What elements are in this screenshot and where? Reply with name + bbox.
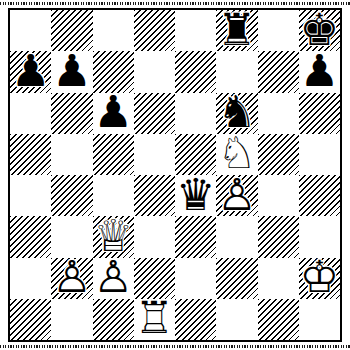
square-g6[interactable] <box>258 93 299 134</box>
square-f8[interactable]: ♜ <box>216 10 257 51</box>
square-h7[interactable]: ♟ <box>299 51 340 92</box>
square-g2[interactable] <box>258 258 299 299</box>
square-h6[interactable] <box>299 93 340 134</box>
black-knight-piece[interactable]: ♞ <box>216 93 257 134</box>
square-c2[interactable]: ♟♙ <box>93 258 134 299</box>
square-f1[interactable] <box>216 299 257 340</box>
square-a3[interactable] <box>10 216 51 257</box>
black-pawn-piece[interactable]: ♟ <box>299 51 340 92</box>
square-e1[interactable] <box>175 299 216 340</box>
square-d5[interactable] <box>134 134 175 175</box>
square-a7[interactable]: ♟ <box>10 51 51 92</box>
square-e4[interactable]: ♛ <box>175 175 216 216</box>
square-f6[interactable]: ♞ <box>216 93 257 134</box>
square-e3[interactable] <box>175 216 216 257</box>
square-h5[interactable] <box>299 134 340 175</box>
white-queen-piece[interactable]: ♛♕ <box>93 216 134 257</box>
chess-diagram-page: ♜♚♟♟♟♟♞♞♘♛♟♙♛♕♟♙♟♙♚♔♜♖ <box>0 0 350 350</box>
square-b3[interactable] <box>51 216 92 257</box>
black-pawn-piece[interactable]: ♟ <box>10 51 51 92</box>
square-g1[interactable] <box>258 299 299 340</box>
top-edge-dotted-line <box>0 2 350 5</box>
square-e5[interactable] <box>175 134 216 175</box>
square-e8[interactable] <box>175 10 216 51</box>
square-d7[interactable] <box>134 51 175 92</box>
black-pawn-piece[interactable]: ♟ <box>51 51 92 92</box>
square-b4[interactable] <box>51 175 92 216</box>
square-b2[interactable]: ♟♙ <box>51 258 92 299</box>
square-g4[interactable] <box>258 175 299 216</box>
square-d2[interactable] <box>134 258 175 299</box>
square-c1[interactable] <box>93 299 134 340</box>
black-rook-piece[interactable]: ♜ <box>216 10 257 51</box>
square-g7[interactable] <box>258 51 299 92</box>
square-d3[interactable] <box>134 216 175 257</box>
square-f3[interactable] <box>216 216 257 257</box>
black-queen-piece[interactable]: ♛ <box>175 175 216 216</box>
square-d6[interactable] <box>134 93 175 134</box>
square-a2[interactable] <box>10 258 51 299</box>
chess-board[interactable]: ♜♚♟♟♟♟♞♞♘♛♟♙♛♕♟♙♟♙♚♔♜♖ <box>8 8 342 342</box>
square-e6[interactable] <box>175 93 216 134</box>
white-knight-piece[interactable]: ♞♘ <box>216 134 257 175</box>
square-b6[interactable] <box>51 93 92 134</box>
square-a6[interactable] <box>10 93 51 134</box>
square-a8[interactable] <box>10 10 51 51</box>
square-a1[interactable] <box>10 299 51 340</box>
square-g3[interactable] <box>258 216 299 257</box>
square-f4[interactable]: ♟♙ <box>216 175 257 216</box>
square-c6[interactable]: ♟ <box>93 93 134 134</box>
square-c8[interactable] <box>93 10 134 51</box>
square-h3[interactable] <box>299 216 340 257</box>
square-a4[interactable] <box>10 175 51 216</box>
square-b8[interactable] <box>51 10 92 51</box>
square-d8[interactable] <box>134 10 175 51</box>
bottom-edge-dotted-line <box>0 345 350 348</box>
square-b7[interactable]: ♟ <box>51 51 92 92</box>
white-king-piece[interactable]: ♚♔ <box>299 258 340 299</box>
square-e7[interactable] <box>175 51 216 92</box>
square-c7[interactable] <box>93 51 134 92</box>
square-f5[interactable]: ♞♘ <box>216 134 257 175</box>
square-h4[interactable] <box>299 175 340 216</box>
square-h2[interactable]: ♚♔ <box>299 258 340 299</box>
square-b1[interactable] <box>51 299 92 340</box>
square-g8[interactable] <box>258 10 299 51</box>
white-pawn-piece[interactable]: ♟♙ <box>93 258 134 299</box>
square-f2[interactable] <box>216 258 257 299</box>
black-king-piece[interactable]: ♚ <box>299 10 340 51</box>
square-c3[interactable]: ♛♕ <box>93 216 134 257</box>
square-f7[interactable] <box>216 51 257 92</box>
square-g5[interactable] <box>258 134 299 175</box>
white-pawn-piece[interactable]: ♟♙ <box>51 258 92 299</box>
square-d1[interactable]: ♜♖ <box>134 299 175 340</box>
square-b5[interactable] <box>51 134 92 175</box>
square-c5[interactable] <box>93 134 134 175</box>
square-h1[interactable] <box>299 299 340 340</box>
white-pawn-piece[interactable]: ♟♙ <box>216 175 257 216</box>
square-a5[interactable] <box>10 134 51 175</box>
square-d4[interactable] <box>134 175 175 216</box>
square-c4[interactable] <box>93 175 134 216</box>
square-e2[interactable] <box>175 258 216 299</box>
white-rook-piece[interactable]: ♜♖ <box>134 299 175 340</box>
square-h8[interactable]: ♚ <box>299 10 340 51</box>
black-pawn-piece[interactable]: ♟ <box>93 93 134 134</box>
